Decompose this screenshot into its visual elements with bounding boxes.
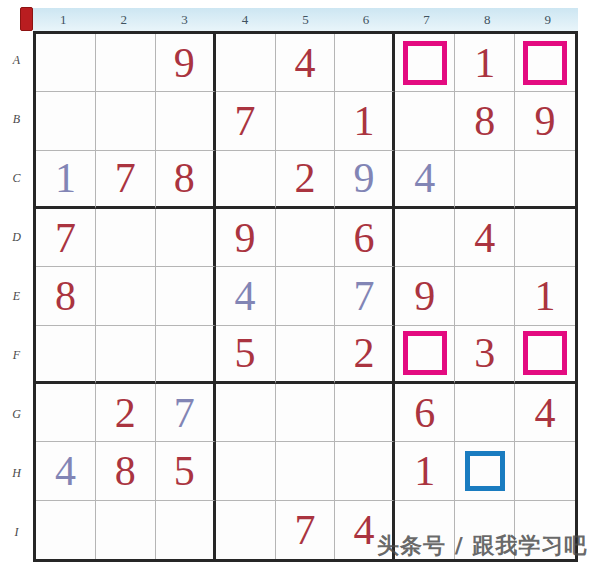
corner-marker — [20, 7, 33, 31]
cell-C9[interactable] — [515, 151, 575, 209]
cell-D9[interactable] — [515, 209, 575, 267]
col-label-7: 7 — [396, 8, 457, 31]
cell-D1[interactable]: 7 — [36, 209, 96, 267]
cell-D8[interactable]: 4 — [455, 209, 515, 267]
digit: 4 — [535, 392, 556, 434]
digit: 2 — [353, 332, 374, 374]
digit: 8 — [474, 100, 495, 142]
row-label-B: B — [0, 90, 33, 149]
highlight-box-pink — [403, 41, 447, 85]
cell-F7[interactable] — [395, 326, 455, 384]
cell-D5[interactable] — [276, 209, 336, 267]
digit: 7 — [294, 509, 315, 551]
digit: 4 — [294, 42, 315, 84]
digit: 9 — [414, 275, 435, 317]
digit: 8 — [174, 157, 195, 199]
row-label-C: C — [0, 149, 33, 208]
digit: 8 — [55, 275, 76, 317]
cell-C8[interactable] — [455, 151, 515, 209]
col-label-1: 1 — [33, 8, 94, 31]
row-label-D: D — [0, 208, 33, 267]
cell-H8[interactable] — [455, 442, 515, 500]
cell-D3[interactable] — [156, 209, 216, 267]
cell-F3[interactable] — [156, 326, 216, 384]
cell-B2[interactable] — [96, 92, 156, 150]
cell-C1[interactable]: 1 — [36, 151, 96, 209]
cell-A1[interactable] — [36, 34, 96, 92]
cell-G2[interactable]: 2 — [96, 384, 156, 442]
cell-A9[interactable] — [515, 34, 575, 92]
cell-H1[interactable]: 4 — [36, 442, 96, 500]
digit: 4 — [353, 509, 374, 551]
cell-G4[interactable] — [216, 384, 276, 442]
cell-E9[interactable]: 1 — [515, 267, 575, 325]
digit: 9 — [353, 157, 374, 199]
cell-E2[interactable] — [96, 267, 156, 325]
cell-I5[interactable]: 7 — [276, 501, 336, 559]
digit: 5 — [174, 450, 195, 492]
cell-E8[interactable] — [455, 267, 515, 325]
cell-B6[interactable]: 1 — [335, 92, 395, 150]
cell-B9[interactable]: 9 — [515, 92, 575, 150]
cell-G1[interactable] — [36, 384, 96, 442]
digit: 1 — [535, 275, 556, 317]
cell-C5[interactable]: 2 — [276, 151, 336, 209]
cell-E1[interactable]: 8 — [36, 267, 96, 325]
cell-B4[interactable]: 7 — [216, 92, 276, 150]
cell-C3[interactable]: 8 — [156, 151, 216, 209]
digit: 2 — [115, 392, 136, 434]
digit: 9 — [535, 100, 556, 142]
digit: 7 — [115, 157, 136, 199]
cell-G7[interactable]: 6 — [395, 384, 455, 442]
cell-G9[interactable]: 4 — [515, 384, 575, 442]
cell-A2[interactable] — [96, 34, 156, 92]
cell-F4[interactable]: 5 — [216, 326, 276, 384]
digit: 6 — [414, 392, 435, 434]
digit: 1 — [353, 100, 374, 142]
cell-I3[interactable] — [156, 501, 216, 559]
watermark: 头条号 / 跟我学习吧 — [377, 531, 587, 561]
cell-H4[interactable] — [216, 442, 276, 500]
digit: 7 — [174, 392, 195, 434]
cell-H6[interactable] — [335, 442, 395, 500]
digit: 6 — [353, 217, 374, 259]
col-label-5: 5 — [275, 8, 336, 31]
digit: 9 — [235, 217, 256, 259]
cell-G3[interactable]: 7 — [156, 384, 216, 442]
digit: 5 — [235, 332, 256, 374]
row-labels: ABCDEFGHI — [0, 31, 33, 562]
cell-A3[interactable]: 9 — [156, 34, 216, 92]
digit: 9 — [174, 42, 195, 84]
cell-E3[interactable] — [156, 267, 216, 325]
cell-G6[interactable] — [335, 384, 395, 442]
cell-I1[interactable] — [36, 501, 96, 559]
col-label-6: 6 — [336, 8, 397, 31]
col-label-2: 2 — [94, 8, 155, 31]
cell-G8[interactable] — [455, 384, 515, 442]
cell-H7[interactable]: 1 — [395, 442, 455, 500]
digit: 7 — [235, 100, 256, 142]
digit: 4 — [474, 217, 495, 259]
digit: 7 — [353, 275, 374, 317]
col-label-8: 8 — [457, 8, 518, 31]
digit: 4 — [414, 157, 435, 199]
cell-B8[interactable]: 8 — [455, 92, 515, 150]
cell-C2[interactable]: 7 — [96, 151, 156, 209]
digit: 1 — [414, 450, 435, 492]
cell-F2[interactable] — [96, 326, 156, 384]
cell-H2[interactable]: 8 — [96, 442, 156, 500]
digit: 4 — [235, 275, 256, 317]
digit: 2 — [294, 157, 315, 199]
cell-F8[interactable]: 3 — [455, 326, 515, 384]
digit: 4 — [55, 450, 76, 492]
cell-I4[interactable] — [216, 501, 276, 559]
cell-E4[interactable]: 4 — [216, 267, 276, 325]
cell-A6[interactable] — [335, 34, 395, 92]
cell-H5[interactable] — [276, 442, 336, 500]
digit: 7 — [55, 217, 76, 259]
column-header: 123456789 — [33, 8, 578, 31]
cell-A5[interactable]: 4 — [276, 34, 336, 92]
cell-D2[interactable] — [96, 209, 156, 267]
col-label-3: 3 — [154, 8, 215, 31]
row-label-E: E — [0, 267, 33, 326]
highlight-box-pink — [523, 331, 567, 375]
cell-B3[interactable] — [156, 92, 216, 150]
cell-F1[interactable] — [36, 326, 96, 384]
col-label-4: 4 — [215, 8, 276, 31]
cell-B5[interactable] — [276, 92, 336, 150]
cell-A8[interactable]: 1 — [455, 34, 515, 92]
sudoku-board: 94171891782947964847915232764485174 — [33, 31, 578, 562]
cell-A4[interactable] — [216, 34, 276, 92]
cell-E5[interactable] — [276, 267, 336, 325]
highlight-box-pink — [403, 331, 447, 375]
highlight-box-blue — [465, 451, 505, 491]
cell-F9[interactable] — [515, 326, 575, 384]
cell-H9[interactable] — [515, 442, 575, 500]
digit: 8 — [115, 450, 136, 492]
row-label-H: H — [0, 444, 33, 503]
row-label-G: G — [0, 385, 33, 444]
col-label-9: 9 — [517, 8, 578, 31]
cell-D4[interactable]: 9 — [216, 209, 276, 267]
digit: 1 — [474, 42, 495, 84]
cell-B7[interactable] — [395, 92, 455, 150]
cell-D7[interactable] — [395, 209, 455, 267]
digit: 1 — [55, 157, 76, 199]
cell-G5[interactable] — [276, 384, 336, 442]
row-label-A: A — [0, 31, 33, 90]
cell-A7[interactable] — [395, 34, 455, 92]
cell-F5[interactable] — [276, 326, 336, 384]
cell-F6[interactable]: 2 — [335, 326, 395, 384]
cell-I2[interactable] — [96, 501, 156, 559]
cell-E6[interactable]: 7 — [335, 267, 395, 325]
row-label-I: I — [0, 503, 33, 562]
cell-D6[interactable]: 6 — [335, 209, 395, 267]
cell-C4[interactable] — [216, 151, 276, 209]
cell-E7[interactable]: 9 — [395, 267, 455, 325]
cell-H3[interactable]: 5 — [156, 442, 216, 500]
cell-C6[interactable]: 9 — [335, 151, 395, 209]
cell-B1[interactable] — [36, 92, 96, 150]
cell-C7[interactable]: 4 — [395, 151, 455, 209]
highlight-box-pink — [523, 41, 567, 85]
digit: 3 — [474, 332, 495, 374]
row-label-F: F — [0, 326, 33, 385]
